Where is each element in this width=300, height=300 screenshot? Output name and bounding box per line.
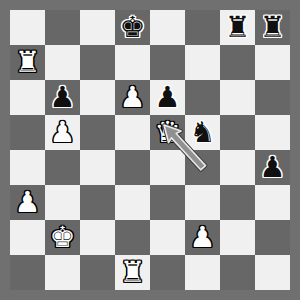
square-a6[interactable]: [10, 80, 45, 115]
square-b6[interactable]: ♟: [45, 80, 80, 115]
square-h7[interactable]: [255, 45, 290, 80]
square-c7[interactable]: [80, 45, 115, 80]
square-h8[interactable]: ♜: [255, 10, 290, 45]
square-a1[interactable]: [10, 255, 45, 290]
square-c8[interactable]: [80, 10, 115, 45]
square-d3[interactable]: [115, 185, 150, 220]
square-h6[interactable]: [255, 80, 290, 115]
square-e6[interactable]: ♟: [150, 80, 185, 115]
square-b5[interactable]: ♟: [45, 115, 80, 150]
square-c5[interactable]: [80, 115, 115, 150]
square-c3[interactable]: [80, 185, 115, 220]
square-b8[interactable]: [45, 10, 80, 45]
square-h2[interactable]: [255, 220, 290, 255]
square-b7[interactable]: [45, 45, 80, 80]
square-e2[interactable]: [150, 220, 185, 255]
square-e1[interactable]: [150, 255, 185, 290]
square-d5[interactable]: [115, 115, 150, 150]
square-f4[interactable]: [185, 150, 220, 185]
square-g5[interactable]: [220, 115, 255, 150]
square-b2[interactable]: ♚: [45, 220, 80, 255]
square-b4[interactable]: [45, 150, 80, 185]
piece-black-pawn-h4[interactable]: ♟: [255, 150, 290, 185]
square-g2[interactable]: [220, 220, 255, 255]
square-e8[interactable]: [150, 10, 185, 45]
piece-black-rook-g8[interactable]: ♜: [220, 10, 255, 45]
square-d2[interactable]: [115, 220, 150, 255]
square-h4[interactable]: ♟: [255, 150, 290, 185]
chess-board-frame: ♚♜♜♜♟♟♟♟♛♞♟♟♚♟♜: [0, 0, 300, 300]
piece-white-pawn-f2[interactable]: ♟: [185, 220, 220, 255]
square-a2[interactable]: [10, 220, 45, 255]
square-d8[interactable]: ♚: [115, 10, 150, 45]
square-a5[interactable]: [10, 115, 45, 150]
piece-white-pawn-a3[interactable]: ♟: [10, 185, 45, 220]
square-e3[interactable]: [150, 185, 185, 220]
piece-white-king-b2[interactable]: ♚: [45, 220, 80, 255]
square-c4[interactable]: [80, 150, 115, 185]
square-e4[interactable]: [150, 150, 185, 185]
square-g6[interactable]: [220, 80, 255, 115]
square-g4[interactable]: [220, 150, 255, 185]
piece-white-rook-a7[interactable]: ♜: [10, 45, 45, 80]
square-g8[interactable]: ♜: [220, 10, 255, 45]
square-g3[interactable]: [220, 185, 255, 220]
piece-black-pawn-b6[interactable]: ♟: [45, 80, 80, 115]
square-d7[interactable]: [115, 45, 150, 80]
square-f8[interactable]: [185, 10, 220, 45]
square-c6[interactable]: [80, 80, 115, 115]
piece-white-queen-e5[interactable]: ♛: [150, 115, 185, 150]
chess-board: ♚♜♜♜♟♟♟♟♛♞♟♟♚♟♜: [10, 10, 290, 290]
square-d6[interactable]: ♟: [115, 80, 150, 115]
square-h5[interactable]: [255, 115, 290, 150]
piece-black-rook-h8[interactable]: ♜: [255, 10, 290, 45]
square-c1[interactable]: [80, 255, 115, 290]
square-c2[interactable]: [80, 220, 115, 255]
piece-black-king-d8[interactable]: ♚: [115, 10, 150, 45]
piece-white-pawn-d6[interactable]: ♟: [115, 80, 150, 115]
square-f7[interactable]: [185, 45, 220, 80]
piece-black-knight-f5[interactable]: ♞: [185, 115, 220, 150]
square-f5[interactable]: ♞: [185, 115, 220, 150]
square-f2[interactable]: ♟: [185, 220, 220, 255]
square-f3[interactable]: [185, 185, 220, 220]
square-e7[interactable]: [150, 45, 185, 80]
square-b3[interactable]: [45, 185, 80, 220]
square-f1[interactable]: [185, 255, 220, 290]
square-f6[interactable]: [185, 80, 220, 115]
square-d1[interactable]: ♜: [115, 255, 150, 290]
square-g1[interactable]: [220, 255, 255, 290]
square-h3[interactable]: [255, 185, 290, 220]
square-e5[interactable]: ♛: [150, 115, 185, 150]
square-a4[interactable]: [10, 150, 45, 185]
square-a8[interactable]: [10, 10, 45, 45]
square-h1[interactable]: [255, 255, 290, 290]
piece-white-pawn-b5[interactable]: ♟: [45, 115, 80, 150]
square-d4[interactable]: [115, 150, 150, 185]
square-b1[interactable]: [45, 255, 80, 290]
square-a7[interactable]: ♜: [10, 45, 45, 80]
square-g7[interactable]: [220, 45, 255, 80]
square-a3[interactable]: ♟: [10, 185, 45, 220]
piece-white-rook-d1[interactable]: ♜: [115, 255, 150, 290]
piece-black-pawn-e6[interactable]: ♟: [150, 80, 185, 115]
